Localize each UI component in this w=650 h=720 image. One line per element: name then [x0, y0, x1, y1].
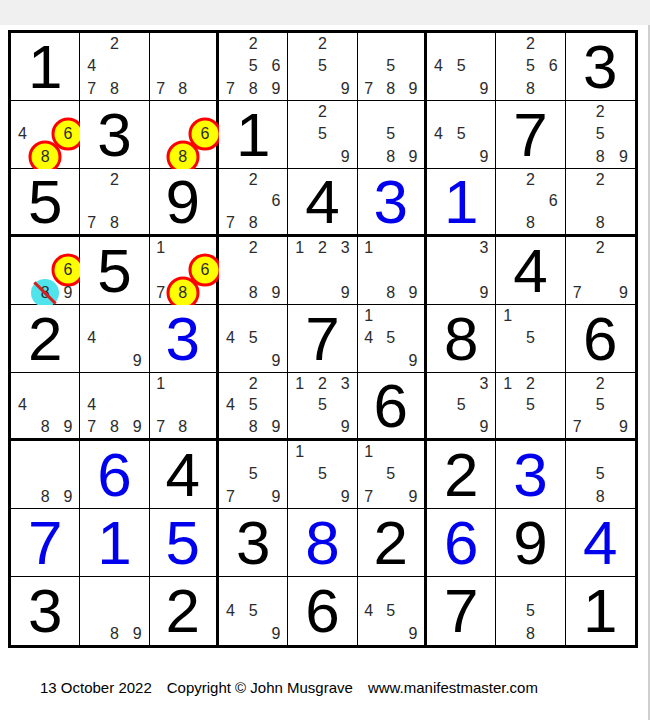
cell-r2c9[interactable]: 2589: [566, 101, 635, 169]
candidate-5: 5: [589, 395, 612, 417]
candidate-grid: 279: [566, 237, 635, 304]
candidate-2: 2: [519, 169, 542, 191]
cell-r4c5[interactable]: 1239: [288, 237, 357, 305]
candidate-slot-empty: [219, 169, 242, 191]
candidate-4: 4: [11, 395, 34, 417]
candidate-1: 1: [150, 237, 172, 259]
cell-r6c1[interactable]: 489: [11, 373, 80, 441]
cell-r3c9[interactable]: 28: [566, 169, 635, 237]
candidate-slot-empty: [265, 577, 288, 600]
cell-r6c2[interactable]: 4789: [80, 373, 149, 441]
candidate-grid: 5789: [358, 33, 424, 100]
cell-r6c8[interactable]: 125: [496, 373, 565, 441]
cell-r6c3[interactable]: 178: [150, 373, 219, 441]
candidate-slot-empty: [402, 259, 424, 281]
candidate-4: 4: [80, 327, 103, 349]
candidate-6: 6: [542, 191, 565, 213]
candidate-grid: 459: [427, 33, 495, 100]
cell-value: 8: [444, 308, 478, 370]
candidate-slot-empty: [450, 146, 473, 168]
candidate-slot-empty: [288, 282, 311, 304]
candidate-slot-empty: [288, 259, 311, 281]
candidate-slot-empty: [566, 486, 589, 508]
candidate-slot-empty: [566, 169, 589, 191]
candidate-slot-empty: [288, 55, 311, 77]
candidate-slot-empty: [103, 373, 126, 395]
cell-r7c6[interactable]: 1579: [358, 441, 427, 509]
candidate-grid: 89: [11, 441, 79, 508]
candidate-grid: 15: [496, 305, 564, 372]
candidate-5: 5: [380, 600, 402, 623]
cell-value: 5: [97, 240, 131, 302]
candidate-slot-empty: [427, 146, 450, 168]
candidate-7: 7: [80, 212, 103, 234]
cell-r5c5[interactable]: 7: [288, 305, 357, 373]
cell-r1c3[interactable]: 78: [150, 33, 219, 101]
cell-r5c9[interactable]: 6: [566, 305, 635, 373]
cell-r4c7[interactable]: 39: [427, 237, 496, 305]
candidate-slot-empty: [542, 622, 565, 645]
cell-r2c6[interactable]: 589: [358, 101, 427, 169]
candidate-slot-empty: [496, 577, 519, 600]
cell-value: 1: [28, 36, 62, 98]
candidate-9: 9: [473, 78, 496, 100]
candidate-slot-empty: [427, 33, 450, 55]
candidate-slot-empty: [219, 350, 242, 372]
cell-r5c7[interactable]: 8: [427, 305, 496, 373]
cell-r9c5[interactable]: 6: [288, 577, 357, 645]
candidate-grid: 359: [427, 373, 495, 438]
candidate-slot-empty: [380, 441, 402, 463]
candidate-slot-empty: [194, 395, 216, 417]
candidate-7: 7: [80, 78, 103, 100]
candidate-slot-empty: [219, 191, 242, 213]
candidate-7: 7: [566, 282, 589, 304]
candidate-slot-empty: [150, 55, 172, 77]
cell-r8c4[interactable]: 3: [219, 509, 288, 577]
candidate-1: 1: [288, 237, 311, 259]
candidate-slot-empty: [219, 416, 242, 438]
cell-r2c2[interactable]: 3: [80, 101, 149, 169]
cell-r5c1[interactable]: 2: [11, 305, 80, 373]
candidate-9: 9: [402, 486, 424, 508]
cell-r5c2[interactable]: 49: [80, 305, 149, 373]
candidate-slot-empty: [358, 463, 380, 485]
cell-r8c2[interactable]: 1: [80, 509, 149, 577]
candidate-slot-empty: [172, 373, 194, 395]
candidate-grid: 1678: [150, 237, 216, 304]
candidate-slot-empty: [612, 169, 635, 191]
candidate-slot-empty: [496, 622, 519, 645]
cell-r4c8[interactable]: 4: [496, 237, 565, 305]
cell-r5c8[interactable]: 15: [496, 305, 565, 373]
candidate-slot-empty: [496, 395, 519, 417]
candidate-7: 7: [219, 78, 242, 100]
candidate-slot-empty: [34, 237, 57, 259]
cell-r6c7[interactable]: 359: [427, 373, 496, 441]
candidate-7: 7: [150, 416, 172, 438]
candidate-grid: 78: [150, 33, 216, 100]
sudoku-board: 1247878256789259578945925683468368125958…: [8, 30, 638, 648]
candidate-slot-empty: [219, 305, 242, 327]
candidate-grid: 28: [566, 169, 635, 234]
candidate-slot-empty: [612, 212, 635, 234]
candidate-grid: 289: [219, 237, 287, 304]
cell-r8c7[interactable]: 6: [427, 509, 496, 577]
candidate-slot-empty: [427, 259, 450, 281]
candidate-7: 7: [80, 416, 103, 438]
candidate-slot-empty: [334, 55, 357, 77]
candidate-slot-empty: [566, 212, 589, 234]
candidate-slot-empty: [194, 78, 216, 100]
candidate-slot-empty: [242, 191, 265, 213]
cell-r3c2[interactable]: 278: [80, 169, 149, 237]
candidate-2: 2: [242, 373, 265, 395]
candidate-8: 8: [589, 212, 612, 234]
candidate-9: 9: [265, 622, 288, 645]
cell-r2c3[interactable]: 68: [150, 101, 219, 169]
candidate-slot-empty: [150, 395, 172, 417]
candidate-slot-empty: [402, 101, 424, 123]
cell-r9c1[interactable]: 3: [11, 577, 80, 645]
cell-r1c6[interactable]: 5789: [358, 33, 427, 101]
candidate-2: 2: [589, 101, 612, 123]
candidate-grid: 268: [496, 169, 564, 234]
candidate-slot-empty: [427, 78, 450, 100]
candidate-slot-empty: [402, 55, 424, 77]
candidate-slot-empty: [150, 259, 172, 281]
candidate-grid: 579: [219, 441, 287, 508]
candidate-slot-empty: [402, 441, 424, 463]
candidate-2: 2: [519, 33, 542, 55]
candidate-slot-empty: [103, 577, 126, 600]
candidate-slot-empty: [358, 282, 380, 304]
candidate-slot-empty: [242, 622, 265, 645]
candidate-3: 3: [334, 373, 357, 395]
candidate-slot-empty: [612, 237, 635, 259]
candidate-slot-empty: [57, 373, 80, 395]
candidate-slot-empty: [566, 259, 589, 281]
cell-r4c1[interactable]: 689: [11, 237, 80, 305]
candidate-slot-empty: [358, 101, 380, 123]
cell-r2c7[interactable]: 459: [427, 101, 496, 169]
candidate-slot-empty: [566, 191, 589, 213]
candidate-slot-empty: [427, 237, 450, 259]
candidate-slot-empty: [402, 327, 424, 349]
cell-r7c5[interactable]: 159: [288, 441, 357, 509]
cell-r8c5[interactable]: 8: [288, 509, 357, 577]
candidate-9: 9: [57, 416, 80, 438]
candidate-slot-empty: [265, 259, 288, 281]
cell-r6c5[interactable]: 12359: [288, 373, 357, 441]
candidate-slot-empty: [80, 169, 103, 191]
cell-r1c4[interactable]: 256789: [219, 33, 288, 101]
candidate-slot-empty: [542, 373, 565, 395]
cell-value: 2: [444, 444, 478, 506]
candidate-8: 8: [519, 212, 542, 234]
candidate-8: 8: [103, 622, 126, 645]
candidate-slot-empty: [126, 577, 149, 600]
cell-r9c4[interactable]: 459: [219, 577, 288, 645]
cell-r1c9[interactable]: 3: [566, 33, 635, 101]
candidate-9: 9: [402, 78, 424, 100]
candidate-slot-empty: [612, 259, 635, 281]
cell-r1c8[interactable]: 2568: [496, 33, 565, 101]
cell-r7c3[interactable]: 4: [150, 441, 219, 509]
candidate-5: 5: [242, 600, 265, 623]
candidate-grid: 459: [427, 101, 495, 168]
cell-r3c6[interactable]: 3: [358, 169, 427, 237]
cell-r7c4[interactable]: 579: [219, 441, 288, 509]
candidate-slot-empty: [358, 146, 380, 168]
cell-r3c7[interactable]: 1: [427, 169, 496, 237]
cell-r3c3[interactable]: 9: [150, 169, 219, 237]
candidate-slot-empty: [219, 373, 242, 395]
candidate-grid: 125: [496, 373, 564, 438]
cell-r9c7[interactable]: 7: [427, 577, 496, 645]
candidate-slot-empty: [427, 282, 450, 304]
candidate-slot-empty: [219, 622, 242, 645]
candidate-slot-empty: [334, 395, 357, 417]
candidate-slot-empty: [334, 463, 357, 485]
cell-value: 6: [583, 308, 617, 370]
candidate-grid: 68: [150, 101, 216, 168]
candidate-9: 9: [265, 416, 288, 438]
candidate-9: 9: [265, 486, 288, 508]
cell-r6c4[interactable]: 24589: [219, 373, 288, 441]
candidate-grid: 58: [566, 441, 635, 508]
footer: 13 October 2022 Copyright © John Musgrav…: [40, 679, 640, 696]
candidate-slot-empty: [402, 600, 424, 623]
candidate-slot-empty: [311, 259, 334, 281]
candidate-4: 4: [80, 55, 103, 77]
cell-value: 6: [97, 444, 131, 506]
cell-r1c7[interactable]: 459: [427, 33, 496, 101]
candidate-slot-empty: [103, 305, 126, 327]
candidate-slot-empty: [194, 282, 216, 304]
candidate-4: 4: [80, 395, 103, 417]
candidate-6-highlighted: 6: [194, 259, 216, 281]
cell-r8c1[interactable]: 7: [11, 509, 80, 577]
cell-r4c6[interactable]: 189: [358, 237, 427, 305]
candidate-slot-empty: [450, 259, 473, 281]
candidate-grid: 489: [11, 373, 79, 438]
cell-r5c4[interactable]: 459: [219, 305, 288, 373]
cell-r8c9[interactable]: 4: [566, 509, 635, 577]
candidate-4: 4: [219, 395, 242, 417]
candidate-slot-empty: [334, 259, 357, 281]
candidate-8: 8: [380, 78, 402, 100]
candidate-2: 2: [311, 101, 334, 123]
cell-r9c6[interactable]: 459: [358, 577, 427, 645]
candidate-grid: 178: [150, 373, 216, 438]
cell-r3c1[interactable]: 5: [11, 169, 80, 237]
candidate-slot-empty: [57, 463, 80, 485]
cell-value: 4: [513, 240, 547, 302]
candidate-1: 1: [358, 305, 380, 327]
candidate-grid: 39: [427, 237, 495, 304]
candidate-5: 5: [519, 327, 542, 349]
candidate-6-highlighted: 6: [57, 259, 80, 281]
candidate-slot-empty: [380, 486, 402, 508]
candidate-slot-empty: [242, 441, 265, 463]
cell-r8c3[interactable]: 5: [150, 509, 219, 577]
candidate-2: 2: [589, 237, 612, 259]
candidate-slot-empty: [519, 577, 542, 600]
cell-r9c2[interactable]: 89: [80, 577, 149, 645]
cell-r4c2[interactable]: 5: [80, 237, 149, 305]
candidate-9: 9: [612, 416, 635, 438]
cell-r7c7[interactable]: 2: [427, 441, 496, 509]
cell-value: 3: [513, 444, 547, 506]
candidate-slot-empty: [589, 282, 612, 304]
candidate-7: 7: [219, 486, 242, 508]
candidate-slot-empty: [219, 577, 242, 600]
cell-value: 5: [28, 171, 62, 233]
candidate-slot-empty: [80, 191, 103, 213]
cell-r4c3[interactable]: 1678: [150, 237, 219, 305]
candidate-8: 8: [34, 486, 57, 508]
candidate-slot-empty: [80, 373, 103, 395]
candidate-2: 2: [311, 373, 334, 395]
candidate-slot-empty: [542, 212, 565, 234]
cell-value: 6: [374, 375, 408, 437]
cell-value: 7: [305, 308, 339, 370]
candidate-8: 8: [242, 212, 265, 234]
cell-r3c8[interactable]: 268: [496, 169, 565, 237]
candidate-slot-empty: [242, 350, 265, 372]
candidate-slot-empty: [334, 101, 357, 123]
candidate-slot-empty: [194, 55, 216, 77]
candidate-5: 5: [242, 463, 265, 485]
candidate-7: 7: [358, 486, 380, 508]
cell-r7c9[interactable]: 58: [566, 441, 635, 509]
candidate-slot-empty: [612, 123, 635, 145]
cell-r6c9[interactable]: 2579: [566, 373, 635, 441]
candidate-slot-empty: [612, 463, 635, 485]
candidate-grid: 2478: [80, 33, 148, 100]
candidate-slot-empty: [542, 600, 565, 623]
candidate-9: 9: [402, 282, 424, 304]
cell-value: 1: [583, 580, 617, 642]
candidate-slot-empty: [219, 463, 242, 485]
candidate-slot-empty: [103, 600, 126, 623]
candidate-8: 8: [242, 282, 265, 304]
candidate-slot-empty: [311, 282, 334, 304]
cell-r1c2[interactable]: 2478: [80, 33, 149, 101]
candidate-grid: 2678: [219, 169, 287, 234]
candidate-3: 3: [473, 373, 496, 395]
candidate-slot-empty: [150, 33, 172, 55]
cell-r2c8[interactable]: 7: [496, 101, 565, 169]
candidate-slot-empty: [219, 259, 242, 281]
candidate-slot-empty: [542, 327, 565, 349]
candidate-slot-empty: [358, 33, 380, 55]
candidate-slot-empty: [265, 212, 288, 234]
candidate-slot-empty: [11, 416, 34, 438]
cell-r4c4[interactable]: 289: [219, 237, 288, 305]
candidate-slot-empty: [80, 600, 103, 623]
candidate-grid: 89: [80, 577, 148, 645]
cell-r2c1[interactable]: 468: [11, 101, 80, 169]
candidate-slot-empty: [402, 305, 424, 327]
candidate-slot-empty: [589, 259, 612, 281]
candidate-slot-empty: [150, 123, 172, 145]
candidate-grid: 468: [11, 101, 79, 168]
cell-r6c6[interactable]: 6: [358, 373, 427, 441]
footer-copyright: Copyright © John Musgrave: [167, 679, 353, 696]
candidate-slot-empty: [194, 416, 216, 438]
cell-r2c5[interactable]: 259: [288, 101, 357, 169]
candidate-8-highlighted: 8: [172, 146, 194, 168]
candidate-slot-empty: [311, 486, 334, 508]
candidate-slot-empty: [103, 55, 126, 77]
candidate-slot-empty: [542, 350, 565, 372]
cell-r5c6[interactable]: 1459: [358, 305, 427, 373]
candidate-8: 8: [380, 146, 402, 168]
candidate-slot-empty: [172, 33, 194, 55]
candidate-2: 2: [311, 237, 334, 259]
candidate-4: 4: [427, 123, 450, 145]
cell-r3c5[interactable]: 4: [288, 169, 357, 237]
candidate-slot-empty: [265, 327, 288, 349]
cell-value: 7: [28, 512, 62, 574]
candidate-slot-empty: [542, 395, 565, 417]
candidate-8-highlighted: 8: [172, 282, 194, 304]
cell-r4c9[interactable]: 279: [566, 237, 635, 305]
cell-r9c9[interactable]: 1: [566, 577, 635, 645]
cell-r9c8[interactable]: 58: [496, 577, 565, 645]
candidate-slot-empty: [57, 395, 80, 417]
candidate-1: 1: [358, 237, 380, 259]
cell-r1c5[interactable]: 259: [288, 33, 357, 101]
cell-value: 6: [305, 580, 339, 642]
candidate-slot-empty: [380, 622, 402, 645]
cell-r2c4[interactable]: 1: [219, 101, 288, 169]
candidate-1: 1: [150, 373, 172, 395]
candidate-slot-empty: [612, 395, 635, 417]
candidate-8-highlighted: 8: [34, 146, 57, 168]
cell-r8c8[interactable]: 9: [496, 509, 565, 577]
footer-website: www.manifestmaster.com: [368, 679, 538, 696]
cell-value: 7: [444, 580, 478, 642]
candidate-slot-empty: [450, 78, 473, 100]
candidate-slot-empty: [380, 305, 402, 327]
cell-value: 3: [97, 104, 131, 166]
cell-r1c1[interactable]: 1: [11, 33, 80, 101]
candidate-slot-empty: [288, 416, 311, 438]
candidate-slot-empty: [542, 416, 565, 438]
cell-r7c1[interactable]: 89: [11, 441, 80, 509]
cell-value: 2: [28, 308, 62, 370]
cell-r3c4[interactable]: 2678: [219, 169, 288, 237]
candidate-slot-empty: [612, 373, 635, 395]
candidate-slot-empty: [496, 212, 519, 234]
candidate-slot-empty: [150, 101, 172, 123]
candidate-grid: 1579: [358, 441, 424, 508]
cell-r7c2[interactable]: 6: [80, 441, 149, 509]
candidate-8: 8: [589, 486, 612, 508]
cell-r8c6[interactable]: 2: [358, 509, 427, 577]
candidate-6: 6: [265, 191, 288, 213]
candidate-slot-empty: [496, 78, 519, 100]
cell-r5c3[interactable]: 3: [150, 305, 219, 373]
candidate-slot-empty: [265, 373, 288, 395]
cell-r9c3[interactable]: 2: [150, 577, 219, 645]
cell-r7c8[interactable]: 3: [496, 441, 565, 509]
cell-value: 2: [374, 512, 408, 574]
candidate-grid: 259: [288, 33, 356, 100]
